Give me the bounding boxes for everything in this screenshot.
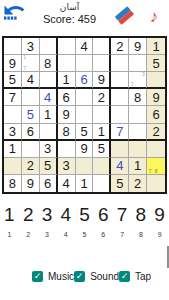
given-digit: 4 (27, 73, 34, 86)
toggle-sound[interactable]: ✓Sound (74, 271, 119, 282)
sudoku-cell-r8c9[interactable]: 78 (147, 158, 165, 175)
sudoku-cell-r8c1[interactable] (4, 158, 22, 175)
given-digit: 2 (116, 40, 123, 53)
sudoku-cell-r8c7[interactable]: 4 (111, 158, 129, 175)
numpad-digit-6[interactable]: 6 (98, 202, 109, 228)
sudoku-cell-r3c2[interactable]: 4 (22, 72, 40, 89)
undo-button[interactable] (0, 2, 30, 28)
given-digit: 6 (152, 108, 159, 121)
sudoku-cell-r9c4[interactable]: 4 (58, 175, 76, 192)
sudoku-cell-r6c5[interactable]: 5 (76, 124, 94, 141)
given-digit: 5 (9, 73, 16, 86)
sudoku-cell-r1c9[interactable]: 1 (147, 38, 165, 55)
number-pad: 112233445566778899 (0, 202, 169, 240)
given-digit: 9 (80, 142, 87, 155)
numpad-column-2: 22 (19, 202, 38, 240)
sudoku-cell-r7c3[interactable]: 3 (40, 141, 58, 158)
sudoku-cell-r7c6[interactable]: 5 (93, 141, 111, 158)
sudoku-cell-r2c4[interactable] (58, 55, 76, 72)
sudoku-cell-r1c7[interactable]: 2 (111, 38, 129, 55)
given-digit: 1 (62, 73, 69, 86)
sudoku-cell-r4c4[interactable]: 6 (58, 89, 76, 106)
sudoku-cell-r1c8[interactable]: 9 (129, 38, 147, 55)
sudoku-cell-r2c2[interactable]: 17 (22, 55, 40, 72)
sudoku-cell-r8c2[interactable]: 2 (22, 158, 40, 175)
numpad-column-8: 88 (131, 202, 150, 240)
sudoku-cell-r4c1[interactable]: 7 (4, 89, 22, 106)
sudoku-cell-r6c8[interactable] (129, 124, 147, 141)
sudoku-cell-r7c8[interactable] (129, 141, 147, 158)
sudoku-cell-r2c7[interactable] (111, 55, 129, 72)
sudoku-cell-r8c8[interactable]: 1 (129, 158, 147, 175)
given-digit: 2 (152, 125, 159, 138)
sudoku-cell-r6c4[interactable]: 8 (58, 124, 76, 141)
sudoku-cell-r7c9[interactable] (147, 141, 165, 158)
user-digit: 7 (116, 125, 123, 138)
numpad-note-digit-7[interactable]: 7 (120, 230, 124, 240)
sudoku-cell-r9c7[interactable]: 5 (111, 175, 129, 192)
sudoku-cell-r8c3[interactable]: 5 (40, 158, 58, 175)
sudoku-cell-r6c3[interactable] (40, 124, 58, 141)
given-digit: 1 (44, 108, 51, 121)
sudoku-cell-r2c6[interactable] (93, 55, 111, 72)
given-digit: 9 (9, 57, 16, 70)
numpad-digit-9[interactable]: 9 (154, 202, 165, 228)
sudoku-cell-r5c2[interactable]: 5 (22, 106, 40, 123)
sudoku-cell-r4c8[interactable]: 8 (129, 89, 147, 106)
numpad-note-digit-3[interactable]: 3 (45, 230, 49, 240)
given-digit: 3 (9, 125, 16, 138)
numpad-digit-4[interactable]: 4 (60, 202, 71, 228)
sudoku-cell-r4c6[interactable]: 2 (93, 89, 111, 106)
checkbox-label: Tap (135, 271, 151, 282)
note-digit (33, 66, 39, 71)
sudoku-cell-r2c9[interactable]: 5 (147, 55, 165, 72)
numpad-digit-5[interactable]: 5 (79, 202, 90, 228)
sudoku-cell-r3c8[interactable]: 37 (129, 72, 147, 89)
score-label: Score: 459 (30, 12, 109, 26)
sudoku-cell-r3c6[interactable]: 9 (93, 72, 111, 89)
sudoku-cell-r7c1[interactable]: 1 (4, 141, 22, 158)
sudoku-cell-r7c7[interactable] (111, 141, 129, 158)
sudoku-cell-r9c5[interactable]: 1 (76, 175, 94, 192)
given-digit: 2 (98, 91, 105, 104)
sudoku-cell-r4c2[interactable] (22, 89, 40, 106)
numpad-column-4: 44 (56, 202, 75, 240)
given-digit: 5 (116, 177, 123, 190)
numpad-digit-1[interactable]: 1 (4, 202, 15, 228)
numpad-column-1: 11 (0, 202, 19, 240)
difficulty-label: آسان (30, 2, 109, 12)
sudoku-cell-r9c1[interactable]: 8 (4, 175, 22, 192)
numpad-digit-3[interactable]: 3 (42, 202, 53, 228)
numpad-column-6: 66 (94, 202, 113, 240)
given-digit: 9 (152, 91, 159, 104)
toggle-music[interactable]: ✓Music (32, 271, 74, 282)
user-digit: 4 (44, 91, 51, 104)
sudoku-cell-r1c4[interactable] (58, 38, 76, 55)
note-digit (140, 82, 146, 87)
eraser-button[interactable] (109, 4, 139, 30)
sudoku-cell-r6c9[interactable]: 2 (147, 124, 165, 141)
pencil-notes: 37 (129, 72, 146, 87)
sudoku-cell-r6c7[interactable]: 7 (111, 124, 129, 141)
numpad-digit-7[interactable]: 7 (117, 202, 128, 228)
numpad-note-digit-4[interactable]: 4 (64, 230, 68, 240)
sudoku-cell-r4c7[interactable] (111, 89, 129, 106)
given-digit: 3 (27, 40, 34, 53)
sudoku-cell-r6c6[interactable]: 1 (93, 124, 111, 141)
user-digit: 5 (27, 108, 34, 121)
sudoku-cell-r4c3[interactable]: 4 (40, 89, 58, 106)
checkbox-tap[interactable]: ✓ (119, 271, 130, 282)
scrollbar[interactable] (167, 246, 169, 268)
sudoku-cell-r4c9[interactable]: 9 (147, 89, 165, 106)
given-digit: 3 (44, 142, 51, 155)
sudoku-cell-r7c5[interactable]: 9 (76, 141, 94, 158)
given-digit: 6 (27, 125, 34, 138)
sudoku-cell-r3c1[interactable]: 5 (4, 72, 22, 89)
numpad-note-digit-2[interactable]: 2 (26, 230, 30, 240)
sudoku-cell-r5c1[interactable] (4, 106, 22, 123)
sudoku-cell-r1c2[interactable]: 3 (22, 38, 40, 55)
given-digit: 5 (80, 125, 87, 138)
header-center: آسان Score: 459 (30, 0, 109, 26)
sudoku-app: آسان Score: 459 ♪ 34291917855416937746 (0, 0, 169, 300)
sudoku-cell-r1c3[interactable] (40, 38, 58, 55)
numpad-column-7: 77 (113, 202, 132, 240)
numpad-note-digit-8[interactable]: 8 (139, 230, 143, 240)
sudoku-cell-r7c4[interactable] (58, 141, 76, 158)
sudoku-cell-r2c3[interactable]: 8 (40, 55, 58, 72)
header: آسان Score: 459 ♪ (0, 0, 169, 36)
sudoku-cell-r9c3[interactable]: 6 (40, 175, 58, 192)
sudoku-cell-r5c5[interactable] (76, 106, 94, 123)
sudoku-cell-r4c5[interactable] (76, 89, 94, 106)
given-digit: 1 (9, 142, 16, 155)
sudoku-cell-r7c2[interactable] (22, 141, 40, 158)
sudoku-cell-r5c6[interactable] (93, 106, 111, 123)
checkbox-sound[interactable]: ✓ (74, 271, 85, 282)
given-digit: 9 (62, 108, 69, 121)
music-button[interactable]: ♪ (139, 4, 169, 30)
sudoku-cell-r3c5[interactable]: 6 (76, 72, 94, 89)
given-digit: 9 (134, 40, 141, 53)
header-right: ♪ (109, 2, 169, 30)
sudoku-cell-r2c5[interactable] (76, 55, 94, 72)
numpad-digit-2[interactable]: 2 (23, 202, 34, 228)
given-digit: 2 (134, 177, 141, 190)
given-digit: 1 (98, 125, 105, 138)
checkbox-label: Sound (90, 271, 119, 282)
sudoku-cell-r9c6[interactable] (93, 175, 111, 192)
numpad-column-5: 55 (75, 202, 94, 240)
given-digit: 2 (27, 159, 34, 172)
given-digit: 1 (134, 159, 141, 172)
sudoku-board: 3429191785541693774628951963685172139525… (2, 36, 167, 194)
music-note-icon: ♪ (150, 6, 159, 28)
given-digit: 8 (62, 125, 69, 138)
sudoku-cell-r5c3[interactable]: 1 (40, 106, 58, 123)
numpad-note-digit-1[interactable]: 1 (7, 230, 11, 240)
given-digit: 5 (98, 142, 105, 155)
numpad-note-digit-9[interactable]: 9 (158, 230, 162, 240)
given-digit: 1 (152, 40, 159, 53)
eraser-icon (113, 4, 135, 30)
sudoku-cell-r9c2[interactable]: 9 (22, 175, 40, 192)
sudoku-cell-r9c8[interactable]: 2 (129, 175, 147, 192)
sudoku-cell-r5c8[interactable] (129, 106, 147, 123)
numpad-column-9: 99 (150, 202, 169, 240)
given-digit: 8 (9, 177, 16, 190)
sudoku-cell-r5c9[interactable]: 6 (147, 106, 165, 123)
sudoku-cell-r1c1[interactable] (4, 38, 22, 55)
pencil-notes: 78 (147, 158, 165, 174)
given-digit: 1 (80, 177, 87, 190)
sudoku-cell-r9c9[interactable] (147, 175, 165, 192)
checkbox-music[interactable]: ✓ (32, 271, 43, 282)
given-digit: 5 (152, 57, 159, 70)
given-digit: 3 (62, 159, 69, 172)
sudoku-cell-r5c4[interactable]: 9 (58, 106, 76, 123)
user-digit: 6 (80, 73, 87, 86)
sudoku-cell-r6c2[interactable]: 6 (22, 124, 40, 141)
given-digit: 6 (62, 91, 69, 104)
given-digit: 5 (44, 159, 51, 172)
sudoku-cell-r1c6[interactable] (93, 38, 111, 55)
given-digit: 4 (80, 40, 87, 53)
sudoku-cell-r8c5[interactable] (76, 158, 94, 175)
sudoku-cell-r3c7[interactable] (111, 72, 129, 89)
note-digit (159, 169, 165, 174)
numpad-note-digit-5[interactable]: 5 (83, 230, 87, 240)
sudoku-cell-r3c3[interactable] (40, 72, 58, 89)
numpad-digit-8[interactable]: 8 (136, 202, 147, 228)
given-digit: 8 (134, 91, 141, 104)
sudoku-cell-r3c9[interactable] (147, 72, 165, 89)
given-digit: 6 (44, 177, 51, 190)
settings-toggles: ✓Music✓Sound✓Tap (0, 271, 169, 282)
sudoku-cell-r3c4[interactable]: 1 (58, 72, 76, 89)
numpad-column-3: 33 (38, 202, 57, 240)
sudoku-cell-r2c8[interactable] (129, 55, 147, 72)
toggle-tap[interactable]: ✓Tap (119, 271, 151, 282)
sudoku-cell-r8c6[interactable] (93, 158, 111, 175)
sudoku-cell-r1c5[interactable]: 4 (76, 38, 94, 55)
given-digit: 9 (98, 73, 105, 86)
sudoku-cell-r5c7[interactable] (111, 106, 129, 123)
sudoku-cell-r6c1[interactable]: 3 (4, 124, 22, 141)
user-digit: 4 (116, 159, 123, 172)
sudoku-cell-r8c4[interactable]: 3 (58, 158, 76, 175)
given-digit: 4 (62, 177, 69, 190)
numpad-note-digit-6[interactable]: 6 (101, 230, 105, 240)
checkbox-label: Music (48, 271, 74, 282)
undo-icon (3, 2, 27, 28)
given-digit: 7 (9, 91, 16, 104)
pencil-notes: 17 (22, 55, 39, 71)
given-digit: 8 (44, 57, 51, 70)
sudoku-cell-r2c1[interactable]: 9 (4, 55, 22, 72)
given-digit: 9 (27, 177, 34, 190)
